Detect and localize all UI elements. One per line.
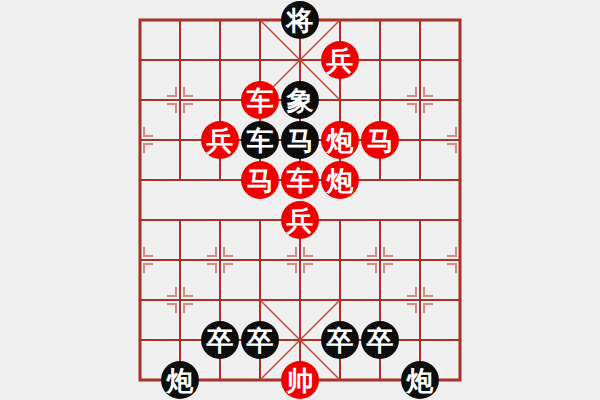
piece-glyph: 车 [287,167,314,194]
piece-glyph: 马 [247,167,274,194]
piece-glyph: 帅 [287,367,314,394]
piece-glyph: 卒 [367,327,394,354]
piece-black-chariot[interactable]: 车 [241,121,279,159]
board-point: 将 [280,0,320,40]
piece-glyph: 卒 [327,327,354,354]
piece-red-cannon[interactable]: 炮 [321,121,359,159]
board-point: 帅 [280,360,320,400]
piece-black-soldier[interactable]: 卒 [201,321,239,359]
piece-glyph: 卒 [207,327,234,354]
board-point: 炮 [160,360,200,400]
piece-red-horse[interactable]: 马 [361,121,399,159]
piece-black-soldier[interactable]: 卒 [361,321,399,359]
piece-glyph: 兵 [287,207,314,234]
xiangqi-diagram: 将兵车象兵车马炮马马车炮兵卒卒卒卒炮帅炮 [0,0,600,400]
piece-glyph: 车 [247,87,274,114]
board-point: 车 [280,160,320,200]
board-point: 兵 [200,120,240,160]
piece-black-soldier[interactable]: 卒 [321,321,359,359]
board-point: 象 [280,80,320,120]
board-point: 车 [240,80,280,120]
piece-glyph: 马 [367,127,394,154]
board-point: 炮 [320,120,360,160]
piece-glyph: 炮 [167,367,194,394]
piece-black-soldier[interactable]: 卒 [241,321,279,359]
piece-glyph: 车 [247,127,274,154]
piece-black-elephant[interactable]: 象 [281,81,319,119]
piece-black-cannon[interactable]: 炮 [401,361,439,399]
board-point: 炮 [400,360,440,400]
board-point: 兵 [320,40,360,80]
board-point: 车 [240,120,280,160]
piece-glyph: 炮 [327,127,354,154]
board-point: 炮 [320,160,360,200]
board-point: 兵 [280,200,320,240]
piece-glyph: 炮 [407,367,434,394]
piece-black-cannon[interactable]: 炮 [161,361,199,399]
piece-red-soldier[interactable]: 兵 [281,201,319,239]
piece-red-soldier[interactable]: 兵 [201,121,239,159]
piece-red-general[interactable]: 帅 [281,361,319,399]
piece-black-general[interactable]: 将 [281,1,319,39]
pieces-layer: 将兵车象兵车马炮马马车炮兵卒卒卒卒炮帅炮 [120,0,480,400]
piece-red-soldier[interactable]: 兵 [321,41,359,79]
board-point: 马 [360,120,400,160]
piece-red-horse[interactable]: 马 [241,161,279,199]
piece-glyph: 炮 [327,167,354,194]
piece-red-cannon[interactable]: 炮 [321,161,359,199]
piece-black-horse[interactable]: 马 [281,121,319,159]
piece-glyph: 将 [287,7,314,34]
piece-glyph: 象 [287,87,314,114]
board-point: 卒 [360,320,400,360]
piece-red-chariot[interactable]: 车 [281,161,319,199]
board-point: 卒 [320,320,360,360]
piece-glyph: 兵 [207,127,234,154]
piece-glyph: 兵 [327,47,354,74]
piece-red-chariot[interactable]: 车 [241,81,279,119]
board-point: 马 [280,120,320,160]
piece-glyph: 马 [287,127,314,154]
board-point: 马 [240,160,280,200]
board-point: 卒 [240,320,280,360]
board-point: 卒 [200,320,240,360]
piece-glyph: 卒 [247,327,274,354]
